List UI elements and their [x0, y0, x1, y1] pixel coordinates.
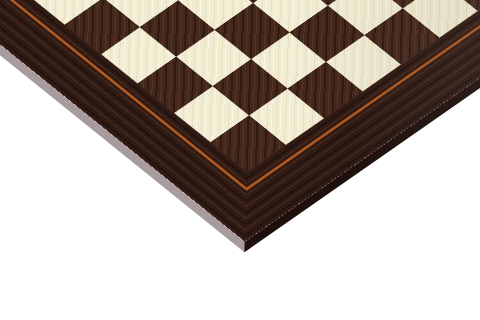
chessboard-photo	[0, 0, 480, 320]
chessboard	[0, 0, 480, 252]
